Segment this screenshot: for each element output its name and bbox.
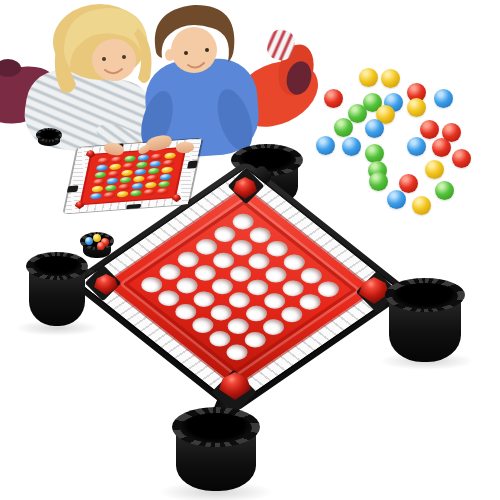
- mini-board-ball: [158, 181, 171, 188]
- mini-board-ball: [144, 182, 157, 189]
- tower-cup-hollow: [392, 283, 458, 309]
- mini-board-ball: [109, 163, 122, 170]
- mini-board-ball: [121, 170, 134, 177]
- red-game-board: [106, 188, 375, 387]
- mini-board-ball: [106, 178, 119, 185]
- girl-face: [92, 39, 136, 81]
- mini-board-ball: [149, 160, 162, 167]
- captured-ball: [97, 242, 105, 250]
- mini-capture-tower: [80, 232, 114, 258]
- girl-figure: [0, 4, 158, 163]
- mini-board-ball: [143, 189, 156, 196]
- loose-ball: [425, 160, 444, 179]
- girl-eye: [122, 55, 126, 59]
- mini-board-ball: [137, 154, 150, 161]
- loose-ball: [387, 190, 406, 209]
- mini-board-ball: [122, 162, 135, 169]
- loose-ball: [324, 89, 343, 108]
- loose-ball: [381, 69, 400, 88]
- loose-ball: [359, 68, 378, 87]
- loose-ball: [452, 149, 471, 168]
- loose-ball: [432, 138, 451, 157]
- loose-ball: [407, 98, 426, 117]
- girl-eye: [102, 57, 106, 61]
- loose-ball: [435, 181, 454, 200]
- mini-board-ball: [118, 184, 131, 191]
- loose-ball: [420, 120, 439, 139]
- loose-ball: [334, 118, 353, 137]
- mini-board-ball: [90, 193, 103, 200]
- boy-face: [171, 27, 217, 73]
- mini-board-ball: [162, 159, 175, 166]
- mini-board-ball: [130, 190, 143, 197]
- mini-board-ball: [110, 156, 123, 163]
- corner-tower-left: [26, 252, 88, 328]
- mini-ball-grid: [90, 152, 177, 199]
- mini-board-ball: [93, 179, 106, 186]
- mini-board-ball: [107, 171, 120, 178]
- mini-board-ball: [136, 161, 149, 168]
- mini-board-ball: [119, 177, 132, 184]
- boy-eye: [184, 51, 188, 55]
- mini-board-ball: [104, 185, 117, 192]
- mini-board-ball: [103, 192, 116, 199]
- mini-board-ball: [161, 167, 174, 174]
- tower-cup-hollow: [180, 413, 252, 443]
- corner-tower-right: [385, 278, 465, 364]
- captured-ball: [85, 237, 93, 245]
- loose-ball: [399, 174, 418, 193]
- mini-board-ball: [147, 168, 160, 175]
- loose-ball: [407, 137, 426, 156]
- frame-clip: [126, 204, 141, 209]
- boy-eye: [205, 48, 209, 52]
- loose-ball: [412, 196, 431, 215]
- tower-cup-hollow: [32, 256, 82, 276]
- mini-board-ball: [133, 176, 146, 183]
- mini-board-ball: [116, 191, 129, 198]
- loose-ball: [316, 136, 335, 155]
- loose-ball: [342, 137, 361, 156]
- mini-board-ball: [164, 152, 177, 159]
- mini-board-ball: [91, 186, 104, 193]
- mini-board-ball: [150, 153, 163, 160]
- mini-board-ball: [131, 183, 144, 190]
- loose-ball: [348, 104, 367, 123]
- product-photo: [0, 0, 500, 500]
- mini-board-ball: [156, 188, 169, 195]
- loose-ball: [369, 172, 388, 191]
- mini-board-ball: [96, 164, 109, 171]
- mini-board-red: [79, 147, 186, 205]
- mini-board-ball: [159, 174, 172, 181]
- mini-board-ball: [97, 157, 110, 164]
- mini-board-ball: [134, 169, 147, 176]
- mini-board-ball: [124, 155, 137, 162]
- loose-ball: [365, 144, 384, 163]
- captured-ball: [93, 234, 101, 242]
- corner-tower-bottom: [172, 407, 260, 493]
- loose-ball: [365, 119, 384, 138]
- mini-board-ball: [94, 172, 107, 179]
- mini-board-ball: [146, 175, 159, 182]
- loose-ball: [434, 89, 453, 108]
- mini-tower: [36, 128, 62, 146]
